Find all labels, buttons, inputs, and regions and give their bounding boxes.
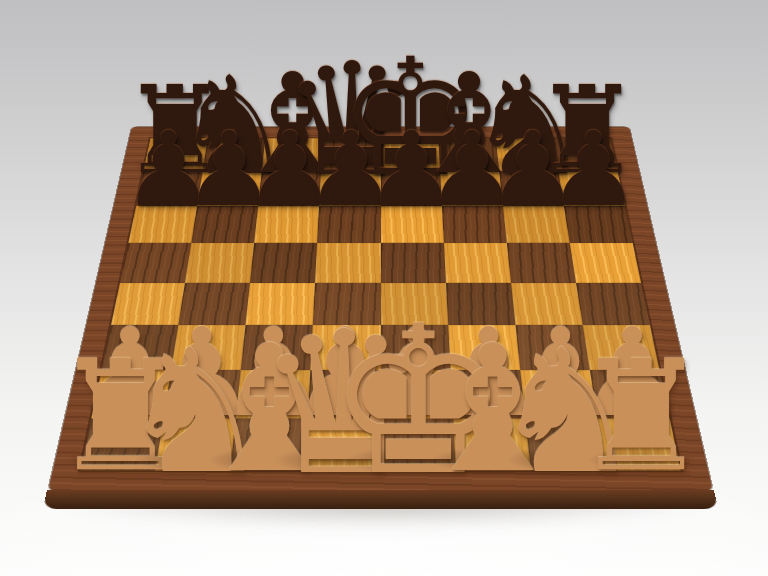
square-f4 — [446, 283, 516, 325]
square-a5 — [120, 243, 191, 283]
square-d4 — [313, 283, 380, 325]
square-b8 — [203, 138, 266, 171]
square-e1 — [381, 418, 456, 470]
square-f5 — [444, 243, 511, 283]
square-g6 — [503, 206, 570, 243]
square-a4 — [111, 283, 185, 325]
square-e8 — [381, 138, 440, 171]
square-h5 — [570, 243, 641, 283]
square-f2 — [450, 370, 525, 418]
board-grid — [80, 138, 680, 470]
square-e6 — [381, 206, 444, 243]
square-a3 — [102, 325, 179, 370]
square-b4 — [178, 283, 250, 325]
square-h6 — [564, 206, 633, 243]
square-a7 — [136, 171, 203, 206]
square-b5 — [185, 243, 254, 283]
square-a1 — [80, 418, 163, 470]
square-f7 — [440, 171, 503, 206]
square-b1 — [155, 418, 236, 470]
chessboard — [48, 127, 713, 491]
square-g8 — [496, 138, 559, 171]
square-c6 — [254, 206, 319, 243]
board-front-edge — [43, 490, 719, 509]
square-h4 — [576, 283, 650, 325]
square-e2 — [381, 370, 453, 418]
square-e3 — [381, 325, 451, 370]
square-d3 — [311, 325, 381, 370]
square-g2 — [520, 370, 597, 418]
square-g4 — [511, 283, 583, 325]
square-d5 — [315, 243, 380, 283]
square-g3 — [515, 325, 589, 370]
square-h1 — [597, 418, 680, 470]
square-d2 — [308, 370, 380, 418]
square-a6 — [128, 206, 197, 243]
square-e4 — [381, 283, 448, 325]
square-h7 — [558, 171, 625, 206]
square-d6 — [317, 206, 380, 243]
square-d8 — [321, 138, 380, 171]
square-e5 — [381, 243, 446, 283]
square-b7 — [197, 171, 262, 206]
square-b6 — [191, 206, 258, 243]
square-h8 — [553, 138, 617, 171]
square-f6 — [442, 206, 507, 243]
square-c4 — [246, 283, 316, 325]
square-a2 — [91, 370, 171, 418]
square-f8 — [438, 138, 499, 171]
square-d1 — [305, 418, 380, 470]
square-g1 — [525, 418, 606, 470]
square-d7 — [319, 171, 380, 206]
square-h2 — [590, 370, 670, 418]
square-g5 — [507, 243, 576, 283]
square-h3 — [583, 325, 660, 370]
square-c2 — [236, 370, 311, 418]
square-b2 — [164, 370, 241, 418]
square-c3 — [241, 325, 313, 370]
square-f3 — [448, 325, 520, 370]
square-b3 — [171, 325, 245, 370]
square-c7 — [258, 171, 321, 206]
photo-backdrop: ♜♞♝♛♚♝♞♜♟♟♟♟♟♟♟♟♟♟♟♟♟♟♟♟♜♞♝♛♚♝♞♜ — [0, 0, 768, 576]
square-a8 — [143, 138, 207, 171]
square-g7 — [499, 171, 564, 206]
square-f1 — [453, 418, 531, 470]
square-e7 — [381, 171, 442, 206]
square-c1 — [230, 418, 308, 470]
square-c8 — [262, 138, 323, 171]
square-c5 — [250, 243, 317, 283]
